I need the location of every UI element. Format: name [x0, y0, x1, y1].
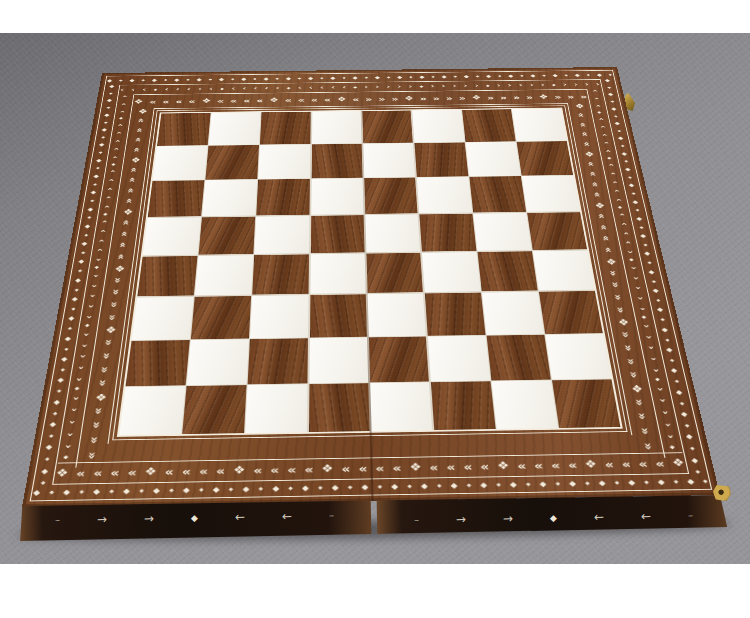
inlay-glyph: ‹ [298, 85, 302, 91]
inlay-glyph: › [463, 83, 467, 89]
inlay-glyph: ◆ [687, 478, 695, 485]
square[interactable] [362, 110, 413, 143]
inlay-glyph: ◆ [496, 482, 501, 487]
square[interactable] [512, 109, 566, 141]
inlay-glyph: ❖ [337, 96, 346, 103]
inlay-glyph: « [480, 460, 490, 472]
inlay-glyph: ❖ [584, 459, 598, 470]
inlay-glyph: ◆ [48, 434, 54, 438]
inlay-glyph: ❖ [593, 202, 606, 209]
inlay-glyph: ‹ [110, 156, 120, 159]
inlay-glyph: ‹ [118, 110, 128, 113]
inlay-glyph: ◆ [690, 458, 700, 463]
inlay-glyph: » [614, 307, 628, 313]
inlay-glyph: ◆ [229, 487, 234, 492]
square[interactable] [195, 255, 253, 296]
square[interactable] [487, 335, 551, 380]
square[interactable] [528, 212, 588, 250]
inlay-glyph: ❖ [583, 151, 595, 158]
inlay-glyph: ◆ [348, 485, 353, 490]
inlay-glyph: » [89, 422, 104, 429]
inlay-glyph: « [604, 458, 615, 469]
inlay-glyph: ◆ [98, 143, 105, 147]
inlay-glyph: ◆ [552, 83, 556, 86]
inlay-glyph: ❖ [94, 392, 108, 401]
inlay-glyph: ❖ [409, 462, 422, 473]
square[interactable] [462, 109, 515, 141]
square[interactable] [473, 213, 531, 251]
inlay-glyph: ◆ [57, 378, 66, 383]
square[interactable] [143, 217, 201, 255]
square[interactable] [552, 380, 620, 428]
face-inlay-glyph: → [97, 513, 107, 525]
inlay-glyph: › [655, 387, 667, 391]
face-inlay-glyph: – [414, 515, 419, 525]
inlay-glyph: › [375, 84, 379, 90]
inlay-glyph: « [126, 177, 138, 182]
inlay-glyph: « [199, 465, 209, 477]
inlay-glyph: » [96, 380, 110, 387]
inlay-glyph: » [641, 442, 656, 449]
inlay-glyph: « [75, 467, 86, 479]
inlay-glyph: ◆ [648, 270, 656, 274]
inlay-glyph: ◆ [629, 259, 635, 262]
inlay-glyph: ◆ [552, 73, 558, 77]
inlay-glyph: › [660, 411, 672, 415]
square[interactable] [312, 111, 362, 144]
inlay-glyph: ◆ [84, 224, 92, 228]
inlay-glyph: ◆ [613, 115, 618, 117]
inlay-glyph: ◆ [342, 77, 345, 80]
inlay-glyph: « [120, 220, 133, 225]
square[interactable] [248, 338, 308, 384]
inlay-glyph: ◆ [63, 488, 71, 495]
inlay-glyph: « [134, 128, 146, 133]
inlay-glyph: ◆ [643, 252, 651, 256]
inlay-glyph: ◆ [129, 78, 135, 82]
inlay-glyph: › [75, 366, 87, 370]
inlay-glyph: ◆ [103, 121, 108, 123]
inlay-glyph: « [123, 198, 135, 203]
inlay-glyph: ‹ [131, 87, 136, 93]
square[interactable] [157, 113, 210, 146]
square[interactable] [257, 179, 310, 215]
inlay-glyph: ‹ [623, 241, 634, 244]
inlay-glyph: ◆ [597, 111, 603, 114]
square[interactable] [199, 216, 255, 254]
inlay-glyph: ◆ [288, 486, 293, 491]
inlay-glyph: « [324, 96, 331, 103]
photo-scene: –→→◆←←– –→→◆←←– ◆◆◆◆◆◆◆◆◆◆◆◆◆◆◆◆◆◆◆◆◆◆◆◆… [0, 0, 750, 618]
inlay-glyph: › [646, 346, 658, 350]
inlay-glyph: › [64, 432, 76, 436]
inlay-glyph: « [446, 461, 456, 473]
inlay-glyph: ‹ [142, 87, 147, 93]
inlay-glyph: ◆ [362, 483, 369, 490]
inlay-glyph: « [175, 98, 183, 105]
square[interactable] [209, 112, 261, 145]
square[interactable] [428, 336, 490, 382]
square[interactable] [309, 338, 368, 384]
square[interactable] [206, 145, 259, 179]
inlay-glyph: « [358, 462, 367, 474]
inlay-glyph: » [85, 452, 100, 459]
inlay-glyph: ‹ [598, 125, 608, 128]
inlay-glyph: ❖ [269, 97, 279, 104]
inlay-glyph: ◆ [661, 327, 670, 332]
inlay-glyph: › [86, 305, 97, 308]
inlay-glyph: › [584, 81, 589, 87]
inlay-glyph: ❖ [137, 108, 148, 114]
inlay-glyph: ❖ [55, 467, 69, 478]
inlay-glyph: « [149, 98, 157, 105]
inlay-glyph: ◆ [242, 485, 249, 492]
square[interactable] [370, 383, 433, 431]
square[interactable] [419, 213, 476, 251]
inlay-glyph: ❖ [629, 384, 643, 393]
inlay-glyph: ‹ [594, 105, 604, 108]
square[interactable] [546, 334, 612, 379]
inlay-glyph: ‹ [116, 124, 126, 127]
inlay-glyph: › [430, 83, 434, 89]
inlay-glyph: ◆ [365, 76, 369, 79]
inlay-glyph: » [107, 302, 120, 308]
inlay-glyph: ◆ [111, 163, 117, 166]
inlay-glyph: ◆ [64, 336, 73, 341]
inlay-glyph: » [102, 339, 116, 345]
inlay-glyph: ◆ [378, 484, 383, 489]
inlay-glyph: ◆ [585, 481, 590, 486]
square[interactable] [522, 176, 580, 212]
square[interactable] [132, 297, 194, 340]
square[interactable] [365, 214, 420, 252]
inlay-glyph: ❖ [404, 95, 414, 102]
square[interactable] [245, 384, 307, 433]
inlay-glyph: » [525, 94, 533, 101]
inlay-glyph: « [243, 97, 250, 104]
inlay-glyph: ◆ [520, 74, 524, 77]
square[interactable] [311, 144, 362, 178]
inlay-glyph: ‹ [320, 84, 324, 90]
inlay-glyph: ‹ [119, 103, 129, 105]
inlay-glyph: « [270, 464, 279, 476]
inlay-glyph: » [512, 94, 520, 101]
inlay-glyph: ◆ [67, 327, 73, 330]
square[interactable] [258, 145, 310, 179]
inlay-glyph: « [181, 465, 191, 477]
inlay-glyph: « [304, 463, 313, 475]
square[interactable] [414, 143, 468, 177]
inlay-glyph: › [62, 445, 74, 449]
square[interactable] [533, 250, 594, 290]
inlay-glyph: ◆ [183, 486, 190, 493]
square[interactable] [478, 251, 538, 291]
inlay-glyph: › [386, 84, 390, 90]
inlay-glyph: « [118, 231, 131, 237]
inlay-glyph: » [365, 95, 372, 102]
inlay-glyph: ◆ [92, 183, 97, 186]
inlay-glyph: ◆ [680, 412, 689, 417]
face-inlay-glyph: → [144, 513, 154, 525]
inlay-glyph: ◆ [63, 347, 69, 350]
inlay-glyph: ‹ [600, 133, 610, 136]
square[interactable] [431, 382, 495, 430]
inlay-glyph: ‹ [610, 181, 620, 184]
inlay-glyph: « [579, 132, 591, 137]
inlay-glyph: ◆ [695, 470, 702, 474]
inlay-glyph: ‹ [592, 97, 602, 99]
square[interactable] [425, 293, 485, 336]
inlay-glyph: « [131, 147, 143, 152]
inlay-glyph: ◆ [617, 137, 625, 140]
inlay-glyph: ◆ [119, 79, 123, 82]
inlay-glyph: › [87, 294, 98, 297]
inlay-glyph: ‹ [187, 86, 191, 92]
inlay-glyph: « [567, 459, 578, 470]
square[interactable] [366, 253, 423, 293]
square[interactable] [182, 385, 246, 434]
inlay-glyph: ◆ [98, 151, 103, 153]
inlay-glyph: » [624, 358, 638, 365]
square[interactable] [153, 146, 208, 180]
square[interactable] [191, 296, 251, 339]
inlay-glyph: ◆ [56, 389, 62, 392]
square[interactable] [364, 178, 418, 214]
square[interactable] [492, 381, 558, 429]
inlay-glyph: › [441, 83, 445, 89]
inlay-glyph: ◆ [569, 480, 577, 487]
inlay-glyph: ❖ [122, 208, 134, 215]
inlay-glyph: › [637, 307, 648, 310]
square[interactable] [369, 337, 430, 383]
inlay-glyph: ◆ [689, 447, 696, 451]
inlay-glyph: ❖ [201, 98, 211, 105]
inlay-glyph: « [550, 459, 561, 470]
inlay-glyph: ◆ [614, 480, 619, 485]
square[interactable] [202, 180, 257, 216]
inlay-glyph: ◆ [87, 216, 92, 219]
inlay-glyph: ◆ [95, 167, 100, 170]
square[interactable] [187, 339, 249, 385]
inlay-glyph: ‹ [617, 213, 627, 216]
inlay-glyph: » [500, 94, 508, 101]
inlay-glyph: « [621, 458, 632, 469]
inlay-glyph: › [648, 357, 660, 361]
face-inlay-glyph: ◆ [191, 513, 198, 522]
face-inlay-glyph: – [55, 515, 60, 525]
inlay-glyph: ◆ [263, 77, 268, 81]
inlay-glyph: ◆ [419, 85, 423, 88]
inlay-glyph: « [188, 98, 196, 105]
inlay-glyph: ◆ [106, 99, 113, 102]
inlay-glyph: ‹ [614, 198, 624, 201]
inlay-glyph: › [408, 83, 412, 89]
inlay-glyph: ◆ [63, 455, 70, 459]
square[interactable] [126, 340, 190, 386]
inlay-glyph: ◆ [199, 487, 204, 492]
inlay-glyph: » [106, 314, 120, 320]
inlay-glyph: ‹ [121, 95, 130, 97]
inlay-glyph: » [627, 371, 641, 378]
inlay-glyph: ◆ [624, 160, 629, 162]
inlay-glyph: › [662, 423, 674, 427]
inlay-glyph: ◆ [93, 488, 101, 495]
inlay-glyph: ◆ [220, 87, 224, 90]
inlay-glyph: › [540, 82, 545, 88]
inlay-glyph: « [162, 98, 170, 105]
inlay-glyph: » [100, 353, 114, 360]
inlay-glyph: ◆ [49, 422, 58, 427]
face-inlay-glyph: ← [641, 510, 651, 522]
square[interactable] [310, 253, 366, 293]
inlay-glyph: ◆ [407, 484, 412, 489]
inlay-glyph: ◆ [174, 78, 180, 82]
inlay-glyph: ◆ [272, 485, 279, 492]
inlay-glyph: « [298, 96, 305, 103]
inlay-glyph: ◆ [607, 93, 614, 96]
square[interactable] [253, 254, 309, 295]
inlay-glyph: ◆ [153, 88, 157, 91]
inlay-glyph: ◆ [298, 77, 301, 80]
inlay-glyph: ❖ [573, 103, 585, 109]
inlay-glyph: ◆ [631, 192, 636, 195]
square[interactable] [310, 294, 368, 337]
inlay-glyph: ◆ [231, 78, 235, 81]
inlay-glyph: ◆ [539, 480, 547, 487]
square[interactable] [311, 178, 364, 214]
inlay-glyph: ◆ [80, 251, 86, 254]
inlay-glyph: « [216, 465, 226, 477]
inlay-glyph: ◆ [253, 78, 257, 81]
inlay-glyph: ◆ [636, 217, 644, 221]
inlay-glyph: ◆ [391, 483, 398, 490]
inlay-glyph: ◆ [85, 324, 91, 327]
inlay-glyph: › [631, 276, 642, 279]
inlay-glyph: ◆ [596, 73, 602, 77]
square[interactable] [309, 384, 370, 433]
inlay-glyph: ‹ [331, 84, 335, 90]
inlay-glyph: ‹ [98, 229, 109, 232]
inlay-glyph: » [87, 437, 102, 444]
inlay-glyph: ‹ [176, 86, 180, 92]
square[interactable] [250, 295, 308, 338]
inlay-glyph: › [77, 355, 89, 359]
inlay-glyph: « [164, 465, 174, 477]
inlay-glyph: ◆ [109, 85, 116, 88]
inlay-glyph: ‹ [112, 148, 122, 151]
inlay-glyph: ◆ [90, 191, 98, 195]
inlay-glyph: ◆ [67, 316, 76, 321]
square[interactable] [310, 215, 364, 253]
inlay-glyph: ◆ [510, 481, 517, 488]
inlay-glyph: ◆ [586, 74, 590, 77]
inlay-glyph: ◆ [84, 234, 90, 237]
inlay-glyph: ◆ [90, 200, 95, 203]
inlay-glyph: ◆ [610, 101, 615, 103]
face-inlay-glyph: ◆ [550, 513, 557, 522]
square[interactable] [137, 256, 197, 297]
chess-board: ◆◆◆◆◆◆◆◆◆◆◆◆◆◆◆◆◆◆◆◆◆◆◆◆◆◆◆◆◆◆◆◆◆◆◆◆◆◆◆◆… [22, 67, 720, 507]
square[interactable] [539, 291, 602, 334]
inlay-glyph: ◆ [669, 359, 675, 362]
inlay-glyph: ❖ [113, 264, 126, 272]
square[interactable] [260, 112, 310, 145]
inlay-glyph: ❖ [321, 463, 333, 474]
inlay-glyph: ◆ [674, 380, 680, 383]
face-inlay-glyph: ← [594, 511, 604, 523]
inlay-glyph: ◆ [330, 76, 335, 80]
inlay-glyph: ◆ [74, 288, 80, 291]
inlay-glyph: » [632, 399, 647, 406]
inlay-glyph: ◆ [101, 128, 108, 131]
square[interactable] [417, 177, 472, 213]
square[interactable] [255, 216, 310, 254]
letterbox-top [0, 0, 750, 33]
square[interactable] [363, 143, 415, 177]
square[interactable] [367, 293, 426, 336]
square[interactable] [470, 176, 526, 212]
inlay-glyph: ‹ [612, 189, 622, 192]
inlay-glyph: › [452, 83, 456, 89]
inlay-glyph: » [619, 332, 633, 338]
inlay-glyph: ❖ [604, 258, 617, 266]
square[interactable] [422, 252, 480, 292]
inlay-glyph: ◆ [79, 489, 84, 494]
square[interactable] [148, 181, 204, 217]
letterbox-bottom [0, 564, 750, 618]
inlay-glyph: ‹ [114, 131, 124, 134]
face-inlay-glyph: ← [235, 511, 245, 523]
inlay-glyph: « [533, 459, 543, 470]
inlay-glyph: « [392, 462, 401, 474]
inlay-glyph: ◆ [644, 480, 650, 485]
inlay-glyph: ◆ [620, 145, 625, 147]
inlay-glyph: ❖ [133, 98, 143, 105]
inlay-glyph: ◆ [275, 77, 279, 80]
square[interactable] [412, 110, 464, 142]
inlay-glyph: ◆ [451, 482, 458, 489]
inlay-glyph: ◆ [464, 74, 469, 78]
inlay-glyph: ❖ [616, 318, 630, 326]
inlay-glyph: ◆ [664, 338, 670, 341]
face-inlay-glyph: – [329, 511, 334, 521]
inlay-glyph: ◆ [40, 468, 50, 474]
inlay-glyph: › [665, 435, 677, 439]
inlay-glyph: ◆ [353, 76, 358, 80]
inlay-glyph: ◆ [169, 488, 174, 493]
inlay-glyph: ◆ [703, 479, 709, 484]
square[interactable] [119, 386, 185, 435]
inlay-glyph: › [573, 82, 578, 88]
inlay-glyph: ❖ [129, 156, 141, 163]
inlay-glyph: ◆ [397, 75, 402, 79]
inlay-glyph: ❖ [104, 326, 117, 334]
inlay-glyph: ◆ [542, 74, 546, 77]
inlay-glyph: ◆ [651, 280, 657, 283]
inlay-glyph: ◆ [108, 92, 113, 94]
inlay-glyph: › [93, 258, 104, 261]
inlay-glyph: ◆ [564, 74, 568, 77]
inlay-glyph: « [93, 467, 104, 479]
inlay-glyph: ‹ [108, 170, 118, 173]
square[interactable] [517, 141, 573, 175]
inlay-glyph: ◆ [286, 77, 291, 81]
inlay-glyph: ❖ [497, 460, 510, 471]
inlay-glyph: ◆ [93, 174, 101, 178]
inlay-glyph: ◆ [526, 482, 531, 487]
square[interactable] [482, 292, 544, 335]
square[interactable] [466, 142, 521, 176]
